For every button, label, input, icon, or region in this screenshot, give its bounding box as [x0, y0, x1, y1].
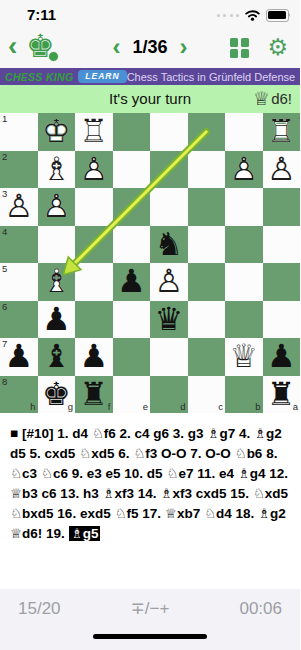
square-g1[interactable]: ♚♔ — [38, 113, 76, 151]
pager-next-button[interactable]: › — [180, 36, 188, 58]
square-a8[interactable]: a♜ — [263, 376, 301, 414]
rank-label: 2 — [2, 152, 7, 162]
square-e5[interactable]: ♟ — [113, 263, 151, 301]
piece-white-pawn-fill: ♟ — [150, 263, 188, 301]
square-e8[interactable]: e — [113, 376, 151, 414]
piece-white-king-fill: ♚ — [38, 113, 76, 151]
square-g7[interactable]: ♝ — [38, 338, 76, 376]
square-h2[interactable]: 2 — [0, 151, 38, 189]
square-a2[interactable]: ♟♙ — [263, 151, 301, 189]
file-label: g — [68, 402, 73, 412]
rank-label: 5 — [2, 264, 7, 274]
square-g4[interactable] — [38, 226, 76, 264]
square-b2[interactable]: ♟♙ — [225, 151, 263, 189]
evaluation-label: ∓/−+ — [131, 598, 170, 619]
square-b5[interactable] — [225, 263, 263, 301]
status-time: 7:11 — [27, 6, 56, 23]
move-list[interactable]: ■ [#10] 1. d4 ♘f6 2. c4 g6 3. g3 ♗g7 4. … — [0, 413, 300, 544]
square-h8[interactable]: 8h — [0, 376, 38, 414]
square-a3[interactable] — [263, 188, 301, 226]
piece-white-king: ♔ — [38, 113, 76, 151]
piece-white-queen-fill: ♛ — [225, 338, 263, 376]
status-icons — [217, 9, 291, 21]
current-move[interactable]: ♗g5 — [69, 526, 101, 541]
file-label: f — [108, 402, 111, 412]
piece-white-queen: ♕ — [225, 338, 263, 376]
square-g8[interactable]: g♚ — [38, 376, 76, 414]
square-h3[interactable]: 3♟♙ — [0, 188, 38, 226]
piece-black-queen: ♛ — [150, 301, 188, 339]
square-c2[interactable] — [188, 151, 226, 189]
bottom-toolbar: 15/20 ∓/−+ 00:06 — [0, 589, 300, 650]
chess-board: 1♚♔♜♖♜♖2♝♗♟♙♟♙♟♙3♟♙♟♙4♞5♝♗♟♟♙6♟♛7♟♝♟♛♕♟8… — [0, 113, 300, 413]
rank-label: 3 — [2, 189, 7, 199]
square-d1[interactable] — [150, 113, 188, 151]
piece-white-bishop: ♗ — [38, 263, 76, 301]
square-d2[interactable] — [150, 151, 188, 189]
square-d8[interactable]: d — [150, 376, 188, 414]
square-h4[interactable]: 4 — [0, 226, 38, 264]
move-hint: ♕ d6! — [253, 89, 292, 108]
square-d6[interactable]: ♛ — [150, 301, 188, 339]
piece-white-pawn: ♙ — [263, 151, 301, 189]
square-e1[interactable] — [113, 113, 151, 151]
gear-icon[interactable]: ⚙ — [267, 33, 288, 61]
square-e7[interactable] — [113, 338, 151, 376]
square-g6[interactable]: ♟ — [38, 301, 76, 339]
piece-white-pawn-fill: ♟ — [75, 151, 113, 189]
piece-white-bishop-fill: ♝ — [38, 263, 76, 301]
square-a6[interactable] — [263, 301, 301, 339]
grid-menu-button[interactable] — [230, 38, 250, 58]
square-h1[interactable]: 1 — [0, 113, 38, 151]
square-h6[interactable]: 6 — [0, 301, 38, 339]
square-f6[interactable] — [75, 301, 113, 339]
file-label: d — [180, 402, 185, 412]
square-f1[interactable]: ♜♖ — [75, 113, 113, 151]
file-label: b — [255, 402, 260, 412]
rank-label: 8 — [2, 377, 7, 387]
file-label: h — [30, 402, 35, 412]
square-f8[interactable]: f♜ — [75, 376, 113, 414]
piece-white-pawn-fill: ♟ — [38, 188, 76, 226]
piece-black-knight: ♞ — [150, 226, 188, 264]
square-b4[interactable] — [225, 226, 263, 264]
square-f5[interactable] — [75, 263, 113, 301]
piece-white-pawn-fill: ♟ — [225, 151, 263, 189]
learn-badge: LEARN — [78, 70, 126, 83]
piece-white-rook-fill: ♜ — [75, 113, 113, 151]
piece-white-pawn: ♙ — [75, 151, 113, 189]
brand-name: CHESS KING — [5, 71, 73, 83]
square-a4[interactable] — [263, 226, 301, 264]
hint-move-text: d6! — [271, 90, 292, 107]
square-d7[interactable] — [150, 338, 188, 376]
square-h7[interactable]: 7♟ — [0, 338, 38, 376]
rank-label: 7 — [2, 339, 7, 349]
move-list-lead: ■ [#10] — [10, 426, 57, 441]
square-c5[interactable] — [188, 263, 226, 301]
square-b3[interactable] — [225, 188, 263, 226]
piece-white-pawn-fill: ♟ — [263, 151, 301, 189]
square-c3[interactable] — [188, 188, 226, 226]
square-c8[interactable]: c — [188, 376, 226, 414]
square-e3[interactable] — [113, 188, 151, 226]
square-g2[interactable]: ♝♗ — [38, 151, 76, 189]
piece-black-pawn: ♟ — [75, 338, 113, 376]
square-f4[interactable] — [75, 226, 113, 264]
square-f7[interactable]: ♟ — [75, 338, 113, 376]
square-b6[interactable] — [225, 301, 263, 339]
square-a7[interactable]: ♟ — [263, 338, 301, 376]
move-list-body: 1. d4 ♘f6 2. c4 g6 3. g3 ♗g7 4. ♗g2 d5 5… — [10, 426, 288, 541]
nav-bar: ‹ ♚ ‹ 1/36 › ⚙ — [0, 26, 300, 68]
timer-label: 00:06 — [239, 599, 282, 619]
piece-white-pawn: ♙ — [150, 263, 188, 301]
rank-label: 4 — [2, 227, 7, 237]
pager-prev-button[interactable]: ‹ — [112, 36, 120, 58]
square-e2[interactable] — [113, 151, 151, 189]
progress-counter: 15/20 — [18, 599, 61, 619]
piece-black-pawn: ♟ — [38, 301, 76, 339]
square-d5[interactable]: ♟♙ — [150, 263, 188, 301]
header: 7:11 ‹ ♚ ‹ 1/36 › ⚙ — [0, 0, 300, 68]
square-b7[interactable]: ♛♕ — [225, 338, 263, 376]
piece-white-rook: ♖ — [263, 113, 301, 151]
piece-black-bishop: ♝ — [38, 338, 76, 376]
piece-white-rook: ♖ — [75, 113, 113, 151]
wifi-icon — [244, 9, 261, 21]
home-indicator — [93, 634, 207, 639]
square-a5[interactable] — [263, 263, 301, 301]
queen-hint-icon: ♕ — [253, 89, 270, 108]
square-f3[interactable] — [75, 188, 113, 226]
square-e6[interactable] — [113, 301, 151, 339]
piece-white-pawn: ♙ — [225, 151, 263, 189]
square-g3[interactable]: ♟♙ — [38, 188, 76, 226]
piece-white-bishop: ♗ — [38, 151, 76, 189]
square-d4[interactable]: ♞ — [150, 226, 188, 264]
square-c7[interactable] — [188, 338, 226, 376]
square-c1[interactable] — [188, 113, 226, 151]
square-c4[interactable] — [188, 226, 226, 264]
square-b1[interactable] — [225, 113, 263, 151]
square-g5[interactable]: ♝♗ — [38, 263, 76, 301]
pager-count: 1/36 — [132, 37, 167, 58]
turn-bar: It's your turn ♕ d6! — [0, 85, 300, 113]
piece-white-pawn: ♙ — [38, 188, 76, 226]
square-e4[interactable] — [113, 226, 151, 264]
board-area: 1♚♔♜♖♜♖2♝♗♟♙♟♙♟♙3♟♙♟♙4♞5♝♗♟♟♙6♟♛7♟♝♟♛♕♟8… — [0, 113, 300, 413]
square-a1[interactable]: ♜♖ — [263, 113, 301, 151]
cellular-icon — [217, 14, 240, 17]
piece-white-bishop-fill: ♝ — [38, 151, 76, 189]
rank-label: 1 — [2, 114, 7, 124]
piece-white-rook-fill: ♜ — [263, 113, 301, 151]
square-b8[interactable]: b — [225, 376, 263, 414]
piece-black-pawn: ♟ — [263, 338, 301, 376]
square-f2[interactable]: ♟♙ — [75, 151, 113, 189]
file-label: a — [293, 402, 298, 412]
brand-bar: CHESS KING LEARN Chess Tactics in Grünfe… — [0, 68, 300, 85]
square-d3[interactable] — [150, 188, 188, 226]
rank-label: 6 — [2, 302, 7, 312]
battery-icon — [266, 9, 290, 21]
piece-black-pawn: ♟ — [113, 263, 151, 301]
file-label: c — [218, 402, 223, 412]
square-h5[interactable]: 5 — [0, 263, 38, 301]
course-title: Chess Tactics in Grünfeld Defense — [127, 71, 296, 83]
file-label: e — [143, 402, 148, 412]
puzzle-pager: ‹ 1/36 › — [0, 26, 300, 68]
square-c6[interactable] — [188, 301, 226, 339]
